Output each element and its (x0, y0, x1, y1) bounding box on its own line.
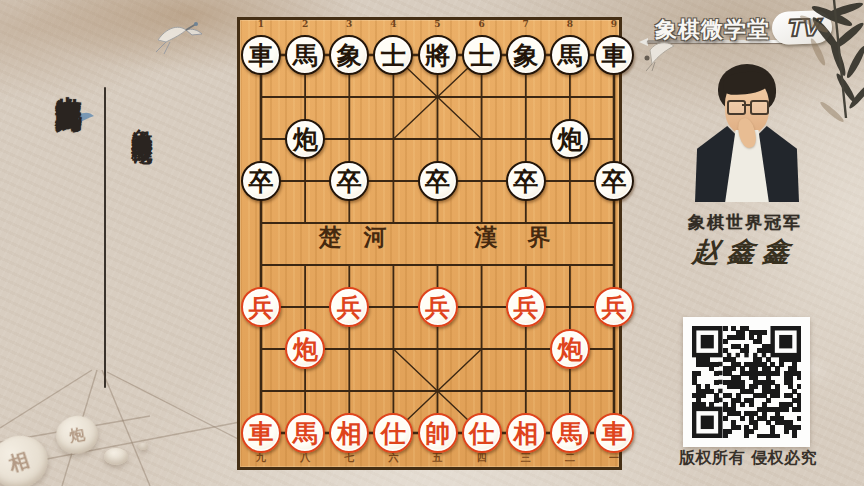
file-number-top: 1 (258, 19, 264, 29)
piece-black-file8-row3[interactable]: 炮 (550, 119, 590, 159)
ink-bird-icon (642, 38, 682, 72)
river-char: 河 (364, 222, 387, 253)
file-number-bottom: 五 (433, 451, 443, 465)
file-number-top: 4 (390, 19, 396, 29)
blue-bird-icon (70, 108, 96, 128)
piece-black-file7-row1[interactable]: 象 (506, 35, 546, 75)
qr-code-pattern (692, 326, 801, 438)
episode-title: 中炮过河车急进中兵对屏风马 (52, 76, 87, 89)
piece-black-file3-row4[interactable]: 卒 (329, 161, 369, 201)
glasses-icon (727, 100, 746, 115)
watermark-piece-label: 炮 (68, 424, 86, 445)
piece-black-file3-row1[interactable]: 象 (329, 35, 369, 75)
file-number-bottom: 七 (344, 451, 354, 465)
piece-black-file2-row1[interactable]: 馬 (285, 35, 325, 75)
xiangqi-board[interactable]: 123456789 楚河漢界 九八七六五四三二一 車馬象士將士象馬車炮炮卒卒卒卒… (237, 17, 622, 470)
piece-red-file2-row8[interactable]: 炮 (285, 329, 325, 369)
file-number-bottom: 一 (609, 451, 619, 465)
river-char: 界 (528, 222, 551, 253)
piece-red-file5-row10[interactable]: 帥 (418, 413, 458, 453)
file-number-bottom: 四 (477, 451, 487, 465)
piece-black-file1-row1[interactable]: 車 (241, 35, 281, 75)
piece-black-file9-row4[interactable]: 卒 (594, 161, 634, 201)
piece-red-file7-row10[interactable]: 相 (506, 413, 546, 453)
file-number-bottom: 九 (256, 451, 266, 465)
champion-title: 象棋世界冠军 (655, 211, 835, 234)
file-number-top: 3 (346, 19, 352, 29)
bamboo-leaves-icon (788, 0, 864, 130)
piece-red-file3-row10[interactable]: 相 (329, 413, 369, 453)
champion-name: 赵鑫鑫 (654, 234, 837, 270)
piece-red-file1-row10[interactable]: 車 (241, 413, 281, 453)
title-divider (104, 87, 106, 388)
piece-black-file5-row1[interactable]: 將 (418, 35, 458, 75)
piece-black-file7-row4[interactable]: 卒 (506, 161, 546, 201)
piece-red-file3-row7[interactable]: 兵 (329, 287, 369, 327)
presenter-photo (697, 64, 797, 202)
file-number-top: 8 (567, 19, 573, 29)
file-number-bottom: 六 (388, 451, 398, 465)
piece-black-file8-row1[interactable]: 馬 (550, 35, 590, 75)
piece-red-file2-row10[interactable]: 馬 (285, 413, 325, 453)
file-number-top: 9 (611, 19, 617, 29)
file-number-bottom: 八 (300, 451, 310, 465)
watermark-piece-small (104, 448, 128, 465)
watermark-piece-label: 相 (5, 446, 32, 478)
piece-red-file1-row7[interactable]: 兵 (241, 287, 281, 327)
watermark-piece-tiny (138, 443, 148, 450)
piece-red-file7-row7[interactable]: 兵 (506, 287, 546, 327)
piece-red-file6-row10[interactable]: 仕 (462, 413, 502, 453)
qr-code (683, 317, 810, 447)
board-grid (240, 20, 619, 467)
piece-red-file8-row10[interactable]: 馬 (550, 413, 590, 453)
copyright-notice: 版权所有 侵权必究 (660, 448, 836, 469)
piece-black-file5-row4[interactable]: 卒 (418, 161, 458, 201)
piece-red-file5-row7[interactable]: 兵 (418, 287, 458, 327)
file-number-top: 7 (523, 19, 529, 29)
piece-black-file1-row4[interactable]: 卒 (241, 161, 281, 201)
file-number-top: 2 (302, 19, 308, 29)
file-number-top: 6 (478, 19, 484, 29)
piece-black-file6-row1[interactable]: 士 (462, 35, 502, 75)
video-frame: 中炮过河车急进中兵对屏风马 急进中兵的前世今生概论 相 炮 (0, 0, 864, 486)
piece-black-file2-row3[interactable]: 炮 (285, 119, 325, 159)
file-number-bottom: 三 (521, 451, 531, 465)
crane-icon (152, 18, 204, 58)
glasses-bridge (742, 104, 750, 106)
river-char: 楚 (319, 222, 342, 253)
file-number-bottom: 二 (565, 451, 575, 465)
piece-black-file9-row1[interactable]: 車 (594, 35, 634, 75)
river-char: 漢 (475, 222, 498, 253)
glasses-icon (750, 100, 769, 115)
piece-red-file8-row8[interactable]: 炮 (550, 329, 590, 369)
piece-red-file9-row10[interactable]: 車 (594, 413, 634, 453)
piece-red-file9-row7[interactable]: 兵 (594, 287, 634, 327)
file-number-top: 5 (434, 19, 440, 29)
episode-subtitle: 急进中兵的前世今生概论 (128, 112, 156, 129)
